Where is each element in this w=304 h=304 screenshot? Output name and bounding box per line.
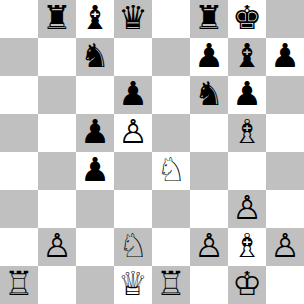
white-knight-e4[interactable]: ♘ <box>156 151 186 189</box>
black-rook-b8[interactable]: ♜ <box>42 0 72 37</box>
square-a2[interactable] <box>0 228 38 266</box>
square-e1[interactable]: ♖ <box>152 266 190 304</box>
square-e2[interactable] <box>152 228 190 266</box>
square-h7[interactable]: ♟ <box>266 38 304 76</box>
square-h2[interactable]: ♙ <box>266 228 304 266</box>
square-f4[interactable] <box>190 152 228 190</box>
square-e8[interactable] <box>152 0 190 38</box>
black-pawn-c4[interactable]: ♟ <box>80 151 110 189</box>
square-f5[interactable] <box>190 114 228 152</box>
chess-board: ♜♝♛♜♚♞♟♝♟♟♞♟♟♙♗♟♘♙♙♘♙♗♙♖♕♖♔ <box>0 0 304 304</box>
square-e6[interactable] <box>152 76 190 114</box>
square-e5[interactable] <box>152 114 190 152</box>
square-d1[interactable]: ♕ <box>114 266 152 304</box>
square-g2[interactable]: ♗ <box>228 228 266 266</box>
black-queen-d8[interactable]: ♛ <box>118 0 148 37</box>
square-a6[interactable] <box>0 76 38 114</box>
square-b8[interactable]: ♜ <box>38 0 76 38</box>
square-g8[interactable]: ♚ <box>228 0 266 38</box>
square-a3[interactable] <box>0 190 38 228</box>
square-d6[interactable]: ♟ <box>114 76 152 114</box>
square-f3[interactable] <box>190 190 228 228</box>
square-d2[interactable]: ♘ <box>114 228 152 266</box>
white-bishop-g5[interactable]: ♗ <box>232 113 262 151</box>
square-f8[interactable]: ♜ <box>190 0 228 38</box>
black-pawn-h7[interactable]: ♟ <box>270 37 300 75</box>
square-a7[interactable] <box>0 38 38 76</box>
black-king-g8[interactable]: ♚ <box>232 0 262 37</box>
square-a4[interactable] <box>0 152 38 190</box>
square-c2[interactable] <box>76 228 114 266</box>
white-pawn-b2[interactable]: ♙ <box>42 227 72 265</box>
square-g3[interactable]: ♙ <box>228 190 266 228</box>
square-b5[interactable] <box>38 114 76 152</box>
white-rook-a1[interactable]: ♖ <box>4 265 34 303</box>
white-knight-d2[interactable]: ♘ <box>118 227 148 265</box>
black-pawn-c5[interactable]: ♟ <box>80 113 110 151</box>
square-c5[interactable]: ♟ <box>76 114 114 152</box>
square-g7[interactable]: ♝ <box>228 38 266 76</box>
square-b3[interactable] <box>38 190 76 228</box>
square-a1[interactable]: ♖ <box>0 266 38 304</box>
white-pawn-g3[interactable]: ♙ <box>232 189 262 227</box>
white-bishop-g2[interactable]: ♗ <box>232 227 262 265</box>
square-a5[interactable] <box>0 114 38 152</box>
square-f6[interactable]: ♞ <box>190 76 228 114</box>
square-d5[interactable]: ♙ <box>114 114 152 152</box>
square-c6[interactable] <box>76 76 114 114</box>
black-pawn-f7[interactable]: ♟ <box>194 37 224 75</box>
square-e4[interactable]: ♘ <box>152 152 190 190</box>
black-knight-c7[interactable]: ♞ <box>80 37 110 75</box>
black-pawn-g6[interactable]: ♟ <box>232 75 262 113</box>
black-pawn-d6[interactable]: ♟ <box>118 75 148 113</box>
square-f2[interactable]: ♙ <box>190 228 228 266</box>
black-knight-f6[interactable]: ♞ <box>194 75 224 113</box>
square-h5[interactable] <box>266 114 304 152</box>
square-f1[interactable] <box>190 266 228 304</box>
square-c7[interactable]: ♞ <box>76 38 114 76</box>
square-h1[interactable] <box>266 266 304 304</box>
square-b4[interactable] <box>38 152 76 190</box>
square-c8[interactable]: ♝ <box>76 0 114 38</box>
square-h3[interactable] <box>266 190 304 228</box>
white-king-g1[interactable]: ♔ <box>232 265 262 303</box>
square-d7[interactable] <box>114 38 152 76</box>
black-rook-f8[interactable]: ♜ <box>194 0 224 37</box>
white-pawn-d5[interactable]: ♙ <box>118 113 148 151</box>
white-rook-e1[interactable]: ♖ <box>156 265 186 303</box>
square-g4[interactable] <box>228 152 266 190</box>
square-d3[interactable] <box>114 190 152 228</box>
square-b6[interactable] <box>38 76 76 114</box>
black-bishop-g7[interactable]: ♝ <box>232 37 262 75</box>
square-e3[interactable] <box>152 190 190 228</box>
square-e7[interactable] <box>152 38 190 76</box>
square-h4[interactable] <box>266 152 304 190</box>
square-b2[interactable]: ♙ <box>38 228 76 266</box>
square-c1[interactable] <box>76 266 114 304</box>
square-f7[interactable]: ♟ <box>190 38 228 76</box>
square-g6[interactable]: ♟ <box>228 76 266 114</box>
white-pawn-h2[interactable]: ♙ <box>270 227 300 265</box>
square-c4[interactable]: ♟ <box>76 152 114 190</box>
square-g1[interactable]: ♔ <box>228 266 266 304</box>
square-a8[interactable] <box>0 0 38 38</box>
square-b1[interactable] <box>38 266 76 304</box>
white-pawn-f2[interactable]: ♙ <box>194 227 224 265</box>
white-queen-d1[interactable]: ♕ <box>118 265 148 303</box>
square-g5[interactable]: ♗ <box>228 114 266 152</box>
square-h8[interactable] <box>266 0 304 38</box>
square-c3[interactable] <box>76 190 114 228</box>
square-d8[interactable]: ♛ <box>114 0 152 38</box>
black-bishop-c8[interactable]: ♝ <box>80 0 110 37</box>
square-b7[interactable] <box>38 38 76 76</box>
square-d4[interactable] <box>114 152 152 190</box>
square-h6[interactable] <box>266 76 304 114</box>
